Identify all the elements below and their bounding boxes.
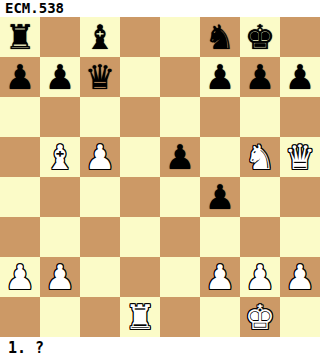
square-f8[interactable]: ♞ xyxy=(200,17,240,57)
piece-white-king: ♚ xyxy=(245,297,275,337)
square-d2[interactable] xyxy=(120,257,160,297)
square-b6[interactable] xyxy=(40,97,80,137)
square-a3[interactable] xyxy=(0,217,40,257)
square-e8[interactable] xyxy=(160,17,200,57)
square-c6[interactable] xyxy=(80,97,120,137)
square-e5[interactable]: ♟ xyxy=(160,137,200,177)
square-c3[interactable] xyxy=(80,217,120,257)
square-a7[interactable]: ♟ xyxy=(0,57,40,97)
square-b3[interactable] xyxy=(40,217,80,257)
square-e7[interactable] xyxy=(160,57,200,97)
square-b7[interactable]: ♟ xyxy=(40,57,80,97)
square-f2[interactable]: ♟ xyxy=(200,257,240,297)
piece-black-pawn: ♟ xyxy=(45,57,75,97)
square-c2[interactable] xyxy=(80,257,120,297)
square-e6[interactable] xyxy=(160,97,200,137)
square-h7[interactable]: ♟ xyxy=(280,57,320,97)
square-h5[interactable]: ♛ xyxy=(280,137,320,177)
square-h4[interactable] xyxy=(280,177,320,217)
piece-black-queen: ♛ xyxy=(85,57,115,97)
square-b8[interactable] xyxy=(40,17,80,57)
square-c4[interactable] xyxy=(80,177,120,217)
square-g8[interactable]: ♚ xyxy=(240,17,280,57)
square-a5[interactable] xyxy=(0,137,40,177)
piece-white-pawn: ♟ xyxy=(285,257,315,297)
piece-white-pawn: ♟ xyxy=(45,257,75,297)
piece-white-pawn: ♟ xyxy=(85,137,115,177)
square-c1[interactable] xyxy=(80,297,120,337)
square-e2[interactable] xyxy=(160,257,200,297)
piece-white-bishop: ♝ xyxy=(45,137,75,177)
square-h1[interactable] xyxy=(280,297,320,337)
square-g4[interactable] xyxy=(240,177,280,217)
square-f6[interactable] xyxy=(200,97,240,137)
chess-app-window: ECM.538 ♜♝♞♚♟♟♛♟♟♟♝♟♟♞♛♟♟♟♟♟♟♜♚ 1. ? xyxy=(0,0,320,360)
piece-black-pawn: ♟ xyxy=(245,57,275,97)
square-d3[interactable] xyxy=(120,217,160,257)
square-g7[interactable]: ♟ xyxy=(240,57,280,97)
square-h6[interactable] xyxy=(280,97,320,137)
square-g2[interactable]: ♟ xyxy=(240,257,280,297)
piece-white-pawn: ♟ xyxy=(5,257,35,297)
piece-black-pawn: ♟ xyxy=(205,177,235,217)
square-e4[interactable] xyxy=(160,177,200,217)
square-g1[interactable]: ♚ xyxy=(240,297,280,337)
square-d1[interactable]: ♜ xyxy=(120,297,160,337)
square-a1[interactable] xyxy=(0,297,40,337)
square-e3[interactable] xyxy=(160,217,200,257)
square-c5[interactable]: ♟ xyxy=(80,137,120,177)
piece-black-king: ♚ xyxy=(245,17,275,57)
square-d6[interactable] xyxy=(120,97,160,137)
square-h2[interactable]: ♟ xyxy=(280,257,320,297)
move-prompt: 1. ? xyxy=(0,337,320,360)
square-c7[interactable]: ♛ xyxy=(80,57,120,97)
square-d8[interactable] xyxy=(120,17,160,57)
piece-black-pawn: ♟ xyxy=(5,57,35,97)
square-a2[interactable]: ♟ xyxy=(0,257,40,297)
piece-black-bishop: ♝ xyxy=(85,17,115,57)
square-g3[interactable] xyxy=(240,217,280,257)
square-f5[interactable] xyxy=(200,137,240,177)
square-h8[interactable] xyxy=(280,17,320,57)
piece-black-pawn: ♟ xyxy=(285,57,315,97)
square-a8[interactable]: ♜ xyxy=(0,17,40,57)
piece-white-pawn: ♟ xyxy=(245,257,275,297)
square-a4[interactable] xyxy=(0,177,40,217)
piece-white-knight: ♞ xyxy=(245,137,275,177)
piece-black-knight: ♞ xyxy=(205,17,235,57)
square-d4[interactable] xyxy=(120,177,160,217)
square-g6[interactable] xyxy=(240,97,280,137)
piece-black-rook: ♜ xyxy=(5,17,35,57)
square-e1[interactable] xyxy=(160,297,200,337)
square-b2[interactable]: ♟ xyxy=(40,257,80,297)
piece-white-rook: ♜ xyxy=(125,297,155,337)
square-c8[interactable]: ♝ xyxy=(80,17,120,57)
piece-white-pawn: ♟ xyxy=(205,257,235,297)
square-d7[interactable] xyxy=(120,57,160,97)
square-b5[interactable]: ♝ xyxy=(40,137,80,177)
square-d5[interactable] xyxy=(120,137,160,177)
square-b1[interactable] xyxy=(40,297,80,337)
square-f1[interactable] xyxy=(200,297,240,337)
piece-white-queen: ♛ xyxy=(285,137,315,177)
piece-black-pawn: ♟ xyxy=(205,57,235,97)
square-a6[interactable] xyxy=(0,97,40,137)
square-f3[interactable] xyxy=(200,217,240,257)
square-g5[interactable]: ♞ xyxy=(240,137,280,177)
piece-black-pawn: ♟ xyxy=(165,137,195,177)
chess-board: ♜♝♞♚♟♟♛♟♟♟♝♟♟♞♛♟♟♟♟♟♟♜♚ xyxy=(0,17,320,337)
square-b4[interactable] xyxy=(40,177,80,217)
square-h3[interactable] xyxy=(280,217,320,257)
puzzle-title: ECM.538 xyxy=(0,0,320,17)
square-f4[interactable]: ♟ xyxy=(200,177,240,217)
square-f7[interactable]: ♟ xyxy=(200,57,240,97)
